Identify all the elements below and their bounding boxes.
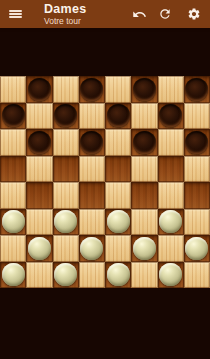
square-d8[interactable] [79, 76, 105, 103]
black-man[interactable] [80, 78, 103, 101]
black-man[interactable] [28, 131, 51, 154]
white-man[interactable] [159, 210, 182, 233]
square-f3 [131, 209, 157, 236]
square-a4 [0, 182, 26, 209]
square-a2 [0, 235, 26, 262]
black-man[interactable] [2, 104, 25, 127]
square-g2 [158, 235, 184, 262]
board [0, 76, 210, 288]
square-e2 [105, 235, 131, 262]
square-g5[interactable] [158, 156, 184, 183]
square-h5 [184, 156, 210, 183]
hamburger-menu-icon [9, 9, 22, 19]
white-man[interactable] [133, 237, 156, 260]
square-b8[interactable] [26, 76, 52, 103]
white-man[interactable] [159, 263, 182, 286]
square-a5[interactable] [0, 156, 26, 183]
square-c6 [53, 129, 79, 156]
white-man[interactable] [2, 210, 25, 233]
square-a7[interactable] [0, 103, 26, 130]
square-c3[interactable] [53, 209, 79, 236]
page-title: Dames [44, 3, 87, 16]
white-man[interactable] [54, 263, 77, 286]
square-h7 [184, 103, 210, 130]
square-h4[interactable] [184, 182, 210, 209]
square-e1[interactable] [105, 262, 131, 289]
square-e6 [105, 129, 131, 156]
square-c5[interactable] [53, 156, 79, 183]
square-e8 [105, 76, 131, 103]
square-d2[interactable] [79, 235, 105, 262]
square-d7 [79, 103, 105, 130]
settings-button[interactable] [186, 6, 202, 22]
square-b3 [26, 209, 52, 236]
square-c2 [53, 235, 79, 262]
square-e4 [105, 182, 131, 209]
square-g3[interactable] [158, 209, 184, 236]
square-f7 [131, 103, 157, 130]
square-f1 [131, 262, 157, 289]
square-a6 [0, 129, 26, 156]
square-h2[interactable] [184, 235, 210, 262]
refresh-icon [158, 7, 172, 21]
title-block: Dames Votre tour [44, 3, 87, 26]
square-b2[interactable] [26, 235, 52, 262]
black-man[interactable] [107, 104, 130, 127]
square-g7[interactable] [158, 103, 184, 130]
square-h3 [184, 209, 210, 236]
square-c4 [53, 182, 79, 209]
square-d3 [79, 209, 105, 236]
black-man[interactable] [54, 104, 77, 127]
square-d6[interactable] [79, 129, 105, 156]
black-man[interactable] [159, 104, 182, 127]
square-e7[interactable] [105, 103, 131, 130]
square-c1[interactable] [53, 262, 79, 289]
square-d5 [79, 156, 105, 183]
square-f4[interactable] [131, 182, 157, 209]
white-man[interactable] [80, 237, 103, 260]
square-a3[interactable] [0, 209, 26, 236]
square-f8[interactable] [131, 76, 157, 103]
square-b6[interactable] [26, 129, 52, 156]
white-man[interactable] [54, 210, 77, 233]
square-c7[interactable] [53, 103, 79, 130]
square-f5 [131, 156, 157, 183]
app-header: Dames Votre tour [0, 0, 210, 28]
square-b1 [26, 262, 52, 289]
menu-button[interactable] [8, 6, 23, 22]
square-d1 [79, 262, 105, 289]
square-c8 [53, 76, 79, 103]
black-man[interactable] [28, 78, 51, 101]
square-e5[interactable] [105, 156, 131, 183]
square-b4[interactable] [26, 182, 52, 209]
square-e3[interactable] [105, 209, 131, 236]
restart-button[interactable] [157, 6, 173, 22]
square-f6[interactable] [131, 129, 157, 156]
square-g8 [158, 76, 184, 103]
white-man[interactable] [107, 210, 130, 233]
square-a8 [0, 76, 26, 103]
white-man[interactable] [28, 237, 51, 260]
square-h6[interactable] [184, 129, 210, 156]
square-h1 [184, 262, 210, 289]
black-man[interactable] [133, 131, 156, 154]
undo-button[interactable] [131, 6, 147, 22]
black-man[interactable] [133, 78, 156, 101]
black-man[interactable] [185, 78, 208, 101]
white-man[interactable] [185, 237, 208, 260]
square-a1[interactable] [0, 262, 26, 289]
square-b7 [26, 103, 52, 130]
square-b5 [26, 156, 52, 183]
square-f2[interactable] [131, 235, 157, 262]
square-h8[interactable] [184, 76, 210, 103]
white-man[interactable] [2, 263, 25, 286]
turn-status: Votre tour [44, 17, 87, 26]
black-man[interactable] [80, 131, 103, 154]
undo-icon [132, 7, 147, 22]
black-man[interactable] [185, 131, 208, 154]
square-g4 [158, 182, 184, 209]
square-g1[interactable] [158, 262, 184, 289]
white-man[interactable] [107, 263, 130, 286]
square-g6 [158, 129, 184, 156]
settings-gear-icon [187, 7, 201, 21]
square-d4[interactable] [79, 182, 105, 209]
